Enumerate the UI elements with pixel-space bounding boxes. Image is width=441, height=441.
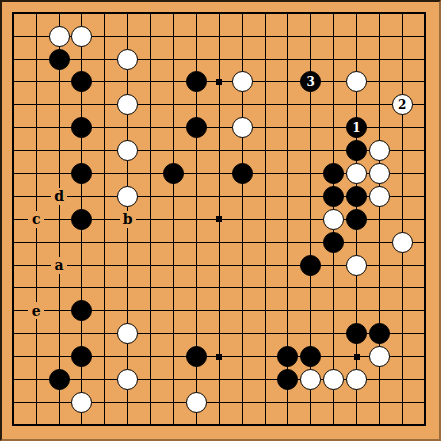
point-label[interactable]: c (28, 211, 44, 228)
board-frame: 321abcde (0, 0, 441, 441)
black-stone[interactable] (300, 255, 321, 276)
black-stone[interactable] (232, 163, 253, 184)
black-stone[interactable] (323, 232, 344, 253)
white-stone[interactable]: 2 (392, 94, 413, 115)
white-stone[interactable] (346, 255, 367, 276)
move-number: 2 (398, 99, 406, 111)
black-stone[interactable] (186, 346, 207, 367)
black-stone[interactable] (346, 140, 367, 161)
black-stone[interactable] (369, 323, 390, 344)
black-stone[interactable] (300, 346, 321, 367)
white-stone[interactable] (346, 369, 367, 390)
black-stone[interactable] (71, 163, 92, 184)
black-stone[interactable] (186, 71, 207, 92)
black-stone[interactable] (277, 369, 298, 390)
black-stone[interactable] (71, 71, 92, 92)
black-stone[interactable] (71, 117, 92, 138)
black-stone[interactable]: 3 (300, 71, 321, 92)
white-stone[interactable] (117, 369, 138, 390)
hoshi-point (216, 354, 222, 360)
move-number: 3 (307, 76, 315, 88)
white-stone[interactable] (369, 346, 390, 367)
black-stone[interactable]: 1 (346, 117, 367, 138)
white-stone[interactable] (323, 209, 344, 230)
white-stone[interactable] (369, 186, 390, 207)
hoshi-point (354, 354, 360, 360)
move-number: 1 (352, 122, 360, 134)
white-stone[interactable] (71, 392, 92, 413)
white-stone[interactable] (71, 26, 92, 47)
white-stone[interactable] (369, 163, 390, 184)
black-stone[interactable] (323, 186, 344, 207)
black-stone[interactable] (49, 369, 70, 390)
white-stone[interactable] (117, 94, 138, 115)
black-stone[interactable] (346, 209, 367, 230)
white-stone[interactable] (117, 49, 138, 70)
grid-line (265, 12, 266, 426)
white-stone[interactable] (392, 232, 413, 253)
black-stone[interactable] (71, 346, 92, 367)
white-stone[interactable] (323, 369, 344, 390)
grid-line (12, 424, 426, 426)
go-board[interactable]: 321abcde (2, 2, 439, 439)
grid-line (12, 287, 426, 288)
white-stone[interactable] (49, 26, 70, 47)
white-stone[interactable] (117, 186, 138, 207)
black-stone[interactable] (71, 209, 92, 230)
point-label[interactable]: e (28, 302, 44, 319)
black-stone[interactable] (186, 117, 207, 138)
white-stone[interactable] (346, 163, 367, 184)
point-label[interactable]: a (51, 257, 67, 274)
hoshi-point (216, 216, 222, 222)
black-stone[interactable] (49, 49, 70, 70)
white-stone[interactable] (300, 369, 321, 390)
black-stone[interactable] (346, 186, 367, 207)
white-stone[interactable] (369, 140, 390, 161)
white-stone[interactable] (232, 71, 253, 92)
black-stone[interactable] (277, 346, 298, 367)
white-stone[interactable] (232, 117, 253, 138)
white-stone[interactable] (186, 392, 207, 413)
point-label[interactable]: d (51, 188, 67, 205)
grid-line (12, 242, 426, 243)
grid-line (424, 12, 426, 426)
white-stone[interactable] (117, 140, 138, 161)
black-stone[interactable] (323, 163, 344, 184)
black-stone[interactable] (346, 323, 367, 344)
white-stone[interactable] (346, 71, 367, 92)
hoshi-point (216, 79, 222, 85)
point-label[interactable]: b (120, 211, 136, 228)
grid-line (402, 12, 403, 426)
black-stone[interactable] (71, 300, 92, 321)
black-stone[interactable] (163, 163, 184, 184)
white-stone[interactable] (117, 323, 138, 344)
